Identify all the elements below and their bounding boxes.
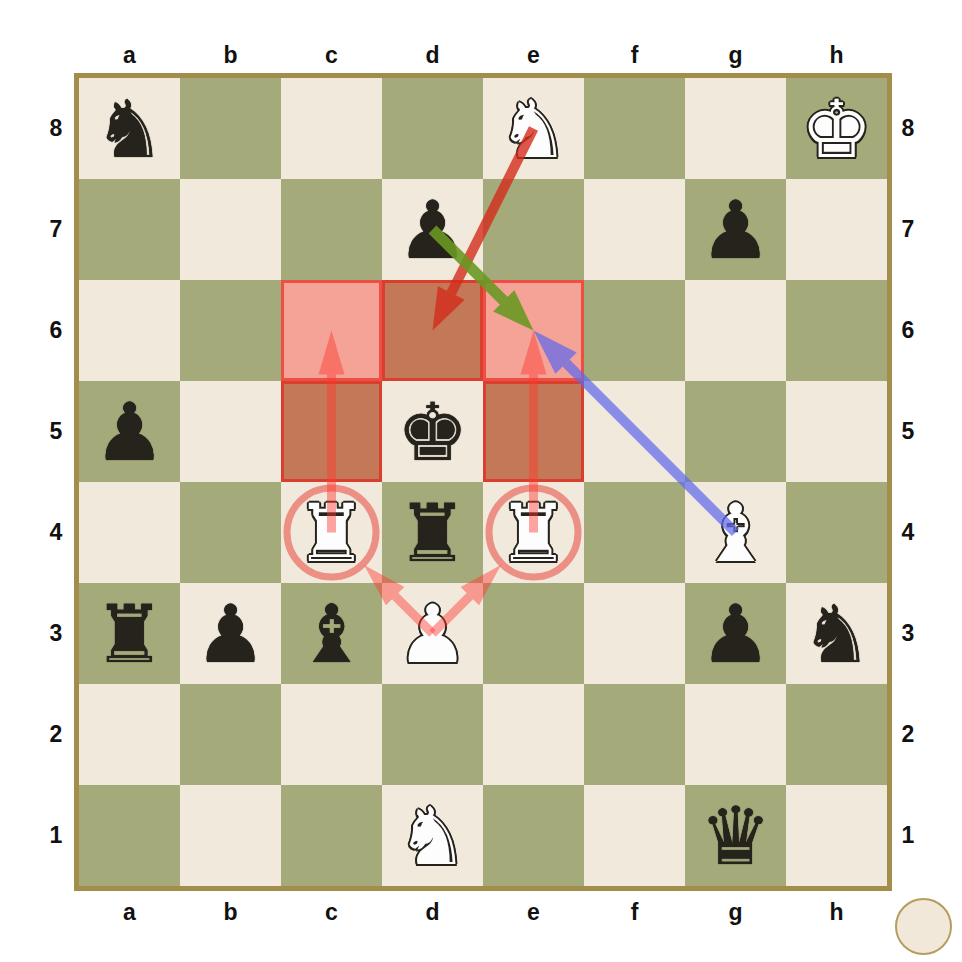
file-labels-top: abcdefgh <box>79 40 887 70</box>
file-label-g: g <box>685 897 786 927</box>
piece-black-knight-h3[interactable]: ♞ <box>786 583 887 684</box>
rank-label-4: 4 <box>892 482 924 583</box>
rank-label-1: 1 <box>40 785 72 886</box>
piece-black-rook-d4[interactable]: ♜ <box>382 482 483 583</box>
piece-black-pawn-g7[interactable]: ♟ <box>685 179 786 280</box>
piece-black-bishop-c3[interactable]: ♝ <box>281 583 382 684</box>
file-label-b: b <box>180 40 281 70</box>
file-label-d: d <box>382 897 483 927</box>
rank-label-6: 6 <box>892 280 924 381</box>
rank-label-4: 4 <box>40 482 72 583</box>
file-label-f: f <box>584 897 685 927</box>
file-label-a: a <box>79 897 180 927</box>
piece-white-rook-c4[interactable]: ♜ <box>281 482 382 583</box>
piece-layer: ♞♞♚♟♟♟♚♜♜♜♝♜♟♝♟♟♞♞♛ <box>79 78 887 886</box>
rank-label-2: 2 <box>892 684 924 785</box>
file-label-e: e <box>483 897 584 927</box>
rank-label-5: 5 <box>892 381 924 482</box>
file-label-b: b <box>180 897 281 927</box>
piece-white-knight-d1[interactable]: ♞ <box>382 785 483 886</box>
piece-white-knight-e8[interactable]: ♞ <box>483 78 584 179</box>
piece-white-bishop-g4[interactable]: ♝ <box>685 482 786 583</box>
rank-label-8: 8 <box>40 78 72 179</box>
rank-label-1: 1 <box>892 785 924 886</box>
rank-label-6: 6 <box>40 280 72 381</box>
rank-label-3: 3 <box>40 583 72 684</box>
chess-board[interactable]: ♞♞♚♟♟♟♚♜♜♜♝♜♟♝♟♟♞♞♛ <box>74 73 892 891</box>
file-label-f: f <box>584 40 685 70</box>
rank-label-5: 5 <box>40 381 72 482</box>
piece-white-rook-e4[interactable]: ♜ <box>483 482 584 583</box>
file-label-h: h <box>786 40 887 70</box>
rank-label-7: 7 <box>892 179 924 280</box>
piece-black-rook-a3[interactable]: ♜ <box>79 583 180 684</box>
file-label-g: g <box>685 40 786 70</box>
rank-label-2: 2 <box>40 684 72 785</box>
file-label-c: c <box>281 40 382 70</box>
rank-label-8: 8 <box>892 78 924 179</box>
piece-black-queen-g1[interactable]: ♛ <box>685 785 786 886</box>
piece-black-knight-a8[interactable]: ♞ <box>79 78 180 179</box>
piece-black-pawn-d7[interactable]: ♟ <box>382 179 483 280</box>
piece-black-pawn-b3[interactable]: ♟ <box>180 583 281 684</box>
piece-black-king-d5[interactable]: ♚ <box>382 381 483 482</box>
file-label-h: h <box>786 897 887 927</box>
file-label-c: c <box>281 897 382 927</box>
rank-labels-right: 87654321 <box>892 78 924 886</box>
piece-black-pawn-g3[interactable]: ♟ <box>685 583 786 684</box>
file-label-a: a <box>79 40 180 70</box>
rank-label-7: 7 <box>40 179 72 280</box>
rank-label-3: 3 <box>892 583 924 684</box>
file-label-e: e <box>483 40 584 70</box>
piece-white-king-h8[interactable]: ♚ <box>786 78 887 179</box>
rank-labels-left: 87654321 <box>40 78 72 886</box>
piece-black-pawn-a5[interactable]: ♟ <box>79 381 180 482</box>
chess-analysis-view: abcdefgh abcdefgh 87654321 87654321 ♞♞♚♟… <box>0 0 962 962</box>
turn-indicator-circle <box>895 898 952 955</box>
file-label-d: d <box>382 40 483 70</box>
file-labels-bottom: abcdefgh <box>79 897 887 927</box>
piece-white-pawn-d3[interactable]: ♟ <box>382 583 483 684</box>
